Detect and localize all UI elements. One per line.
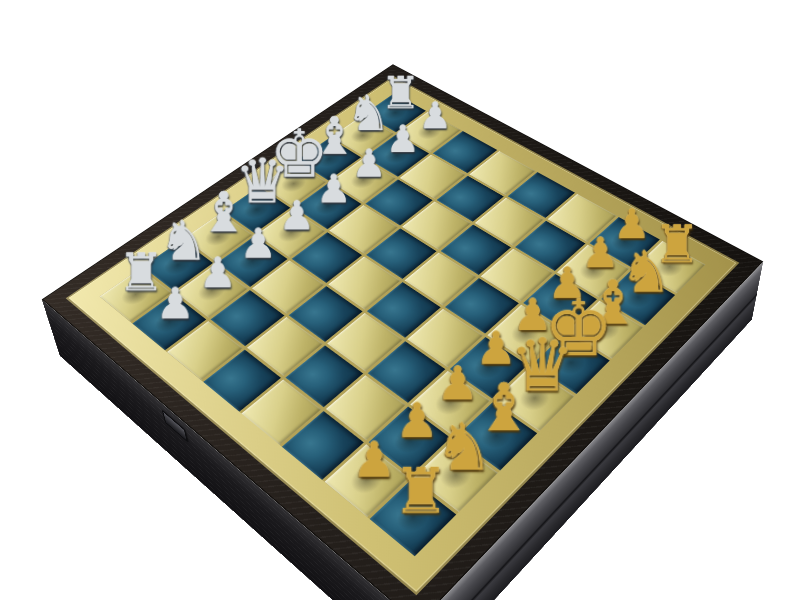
brass-border: ♜♞♝♛♚♝♞♜♟♟♟♟♟♟♟♟♟♟♟♟♟♟♟♟♜♞♝♛♚♝♞♜ — [66, 76, 740, 595]
chess-case: ♜♞♝♛♚♝♞♜♟♟♟♟♟♟♟♟♟♟♟♟♟♟♟♟♜♞♝♛♚♝♞♜ — [42, 64, 764, 600]
chessboard: ♜♞♝♛♚♝♞♜♟♟♟♟♟♟♟♟♟♟♟♟♟♟♟♟♜♞♝♛♚♝♞♜ — [100, 93, 706, 556]
chess-piece[interactable]: ♟ — [128, 283, 221, 326]
board-square[interactable]: ♜ — [370, 479, 457, 556]
board-square[interactable] — [366, 228, 436, 279]
photo-scene: ♜♞♝♛♚♝♞♜♟♟♟♟♟♟♟♟♟♟♟♟♟♟♟♟♜♞♝♛♚♝♞♜ — [0, 0, 791, 600]
wooden-case-top: ♜♞♝♛♚♝♞♜♟♟♟♟♟♟♟♟♟♟♟♟♟♟♟♟♜♞♝♛♚♝♞♜ — [42, 64, 764, 600]
chess-piece[interactable]: ♜ — [366, 460, 475, 523]
board-square[interactable]: ♟ — [132, 294, 206, 350]
